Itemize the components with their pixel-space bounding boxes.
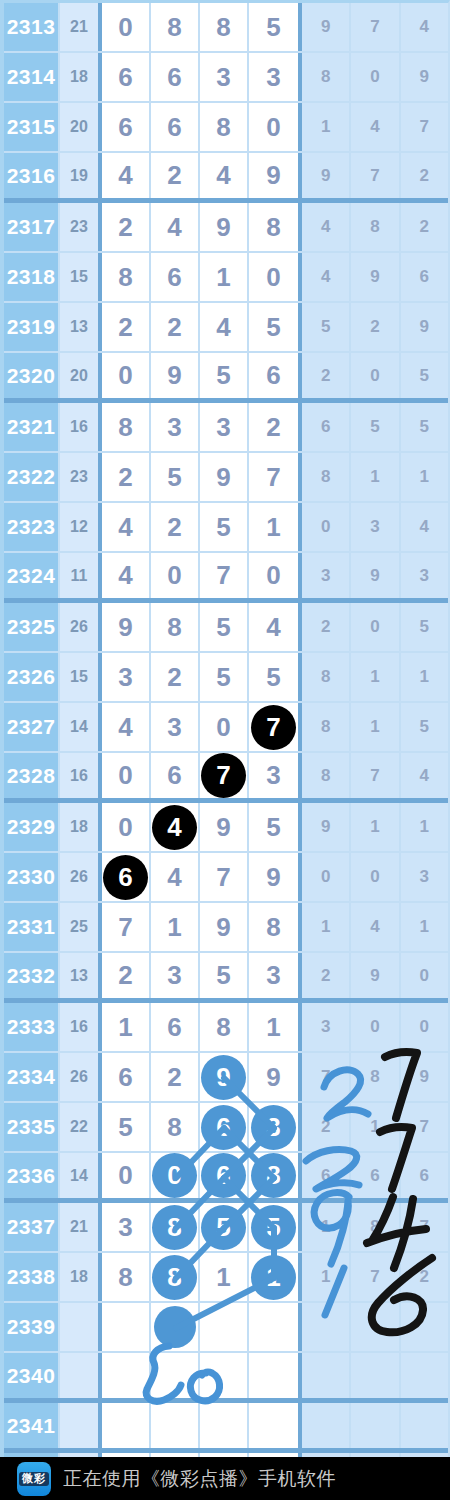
count-cell: 13 [60, 953, 98, 998]
table-row: 2331257198141 [4, 903, 448, 953]
main-cell[interactable]: 3 [249, 1103, 298, 1151]
main-cell[interactable]: 2 [151, 503, 200, 551]
right-cell: 3 [401, 553, 448, 598]
count-cell: 16 [60, 403, 98, 451]
main-cell[interactable]: 1 [151, 903, 200, 951]
right-cell: 5 [302, 303, 351, 351]
right-cell: 8 [302, 703, 351, 751]
main-cell[interactable]: 1 [249, 1253, 298, 1301]
right-cell: 4 [302, 253, 351, 301]
period-cell: 2323 [4, 503, 60, 551]
main-cell[interactable]: 8 [249, 903, 298, 951]
right-cell: 4 [351, 103, 400, 151]
count-cell [60, 1353, 98, 1398]
right-cell: 0 [351, 603, 400, 651]
black-circle-mark: 4 [152, 805, 197, 850]
main-cell[interactable] [102, 1353, 151, 1398]
main-cell[interactable]: 3 [200, 53, 249, 101]
right-cell: 2 [351, 303, 400, 351]
main-cell[interactable]: 5 [200, 603, 249, 651]
right-cell: 2 [302, 353, 351, 398]
table-row: 2335225863217 [4, 1103, 448, 1153]
right-cell: 3 [302, 553, 351, 598]
period-cell: 2320 [4, 353, 60, 398]
main-cell[interactable] [200, 1303, 249, 1351]
count-cell [60, 1303, 98, 1351]
main-cell[interactable]: 0 [102, 803, 151, 851]
main-cell[interactable]: 0 [102, 3, 151, 51]
main-cell[interactable] [249, 1303, 298, 1351]
right-cell [401, 1353, 448, 1398]
right-cell: 6 [401, 253, 448, 301]
count-cell: 26 [60, 1053, 98, 1101]
main-cell[interactable]: 8 [200, 1003, 249, 1051]
right-cell: 0 [401, 953, 448, 998]
main-cell[interactable]: 0 [151, 1153, 200, 1198]
period-cell: 2324 [4, 553, 60, 598]
right-cell: 2 [401, 153, 448, 198]
table-row: 2314186633809 [4, 53, 448, 103]
period-cell: 2317 [4, 203, 60, 251]
table-row: 2319132245529 [4, 303, 448, 353]
right-cell [302, 1303, 351, 1351]
period-cell: 2326 [4, 653, 60, 701]
main-cell[interactable]: 5 [200, 653, 249, 701]
period-cell: 2321 [4, 403, 60, 451]
right-cell: 1 [351, 653, 400, 701]
black-circle-mark: 6 [103, 855, 148, 900]
main-cell[interactable]: 9 [249, 1053, 298, 1101]
main-cell[interactable]: 5 [249, 1203, 298, 1251]
main-cell[interactable]: 3 [102, 1203, 151, 1251]
right-cell: 4 [401, 503, 448, 551]
main-cell[interactable]: 8 [249, 1153, 298, 1198]
main-cell[interactable]: 5 [249, 303, 298, 351]
main-cell[interactable]: 3 [151, 953, 200, 998]
period-cell: 2335 [4, 1103, 60, 1151]
main-cell[interactable]: 7 [200, 753, 249, 798]
count-cell [60, 1403, 98, 1448]
cutoff-cell [151, 1453, 200, 1457]
right-cell: 7 [401, 1103, 448, 1151]
blue-circle-mark: 6 [201, 1153, 246, 1198]
blue-circle-mark: 5 [201, 1205, 246, 1250]
main-cell[interactable]: 9 [249, 853, 298, 901]
right-cell: 1 [351, 803, 400, 851]
table-row: 2334266299789 [4, 1053, 448, 1103]
main-cell[interactable]: 2 [249, 403, 298, 451]
cutoff-cell [200, 1453, 249, 1457]
period-cell: 2316 [4, 153, 60, 198]
right-cell: 1 [302, 1253, 351, 1301]
count-cell: 14 [60, 703, 98, 751]
main-cell[interactable]: 9 [200, 903, 249, 951]
table-row: 2318158610496 [4, 253, 448, 303]
right-cell: 0 [351, 1003, 400, 1051]
right-cell: 5 [401, 353, 448, 398]
right-cell: 0 [302, 853, 351, 901]
right-cell: 7 [302, 1053, 351, 1101]
table-row: 2341 [4, 1403, 448, 1453]
main-cell[interactable]: 8 [151, 3, 200, 51]
main-cell[interactable]: 7 [200, 853, 249, 901]
right-cell: 9 [302, 803, 351, 851]
main-cell[interactable]: 0 [102, 1153, 151, 1198]
right-cell: 1 [302, 1203, 351, 1251]
main-cell[interactable]: 6 [200, 1103, 249, 1151]
count-cell: 20 [60, 353, 98, 398]
cutoff-row [4, 1453, 448, 1457]
right-cell: 9 [401, 1053, 448, 1101]
main-cell[interactable] [249, 1403, 298, 1448]
right-cell: 6 [302, 403, 351, 451]
main-cell[interactable] [151, 1353, 200, 1398]
main-cell[interactable]: 3 [151, 703, 200, 751]
blue-circle-mark: 9 [201, 1055, 246, 1100]
table-row: 2317232498482 [4, 203, 448, 253]
main-cell[interactable]: 5 [151, 453, 200, 501]
right-cell: 2 [401, 203, 448, 251]
count-cell: 18 [60, 803, 98, 851]
main-cell[interactable]: 6 [102, 53, 151, 101]
main-cell[interactable]: 8 [151, 1253, 200, 1301]
blue-circle-mark: 1 [251, 1255, 296, 1300]
table-row: 2321168332655 [4, 403, 448, 453]
table-row: 2339 [4, 1303, 448, 1353]
main-cell[interactable]: 2 [151, 1053, 200, 1101]
right-cell: 7 [351, 3, 400, 51]
main-cell[interactable]: 2 [151, 653, 200, 701]
main-cell[interactable]: 4 [102, 553, 151, 598]
main-cell[interactable]: 2 [151, 303, 200, 351]
table-row: 2316194249972 [4, 153, 448, 203]
blue-circle-mark: 8 [152, 1255, 197, 1300]
main-cell[interactable]: 2 [102, 303, 151, 351]
main-cell[interactable]: 5 [249, 3, 298, 51]
period-cell: 2318 [4, 253, 60, 301]
main-cell[interactable] [102, 1303, 151, 1351]
main-cell[interactable]: 4 [151, 853, 200, 901]
right-cell: 1 [351, 1103, 400, 1151]
right-cell: 9 [302, 3, 351, 51]
period-cell: 2333 [4, 1003, 60, 1051]
right-cell: 7 [351, 1253, 400, 1301]
count-cell: 18 [60, 1253, 98, 1301]
count-cell: 16 [60, 1003, 98, 1051]
main-cell[interactable]: 0 [249, 553, 298, 598]
main-cell[interactable]: 9 [200, 203, 249, 251]
main-cell[interactable]: 9 [200, 453, 249, 501]
main-cell[interactable]: 0 [249, 103, 298, 151]
right-cell [351, 1303, 400, 1351]
right-cell [351, 1353, 400, 1398]
count-cell: 15 [60, 653, 98, 701]
right-cell: 2 [401, 1253, 448, 1301]
main-cell[interactable]: 9 [200, 803, 249, 851]
right-cell: 9 [351, 953, 400, 998]
period-cell: 2322 [4, 453, 60, 501]
right-cell: 0 [302, 503, 351, 551]
main-cell[interactable]: 0 [102, 353, 151, 398]
main-cell[interactable]: 2 [102, 953, 151, 998]
period-cell: 2329 [4, 803, 60, 851]
right-cell: 7 [401, 1203, 448, 1251]
count-cell: 15 [60, 253, 98, 301]
main-cell[interactable]: 4 [102, 153, 151, 198]
main-cell[interactable]: 6 [249, 353, 298, 398]
blue-circle-mark: 8 [251, 1153, 296, 1198]
count-cell: 12 [60, 503, 98, 551]
right-cell: 9 [351, 253, 400, 301]
main-cell[interactable]: 6 [102, 1053, 151, 1101]
main-cell[interactable]: 6 [102, 853, 151, 901]
count-cell: 13 [60, 303, 98, 351]
main-cell[interactable]: 4 [249, 603, 298, 651]
footer-text: 正在使用《微彩点播》手机软件 [63, 1466, 336, 1492]
trend-chart: 2313210885974231418663380923152066801472… [0, 0, 450, 1457]
blue-dot-mark [154, 1306, 196, 1348]
right-cell: 8 [351, 1203, 400, 1251]
right-cell: 5 [401, 603, 448, 651]
right-cell: 3 [401, 853, 448, 901]
main-cell[interactable]: 6 [151, 253, 200, 301]
right-cell: 9 [351, 553, 400, 598]
period-cell: 2319 [4, 303, 60, 351]
black-circle-mark: 7 [201, 753, 246, 798]
main-cell[interactable]: 6 [102, 103, 151, 151]
table-row: 2340 [4, 1353, 448, 1403]
main-cell[interactable]: 3 [151, 403, 200, 451]
main-cell[interactable]: 8 [102, 253, 151, 301]
main-cell[interactable]: 7 [200, 553, 249, 598]
cutoff-cell [102, 1453, 151, 1457]
count-cell: 23 [60, 203, 98, 251]
main-cell[interactable]: 0 [151, 553, 200, 598]
main-cell[interactable]: 5 [200, 353, 249, 398]
right-cell: 4 [351, 903, 400, 951]
table-row: 2328160673874 [4, 753, 448, 803]
main-cell[interactable]: 5 [200, 953, 249, 998]
right-cell: 0 [351, 53, 400, 101]
table-row: 2322232597811 [4, 453, 448, 503]
right-cell: 9 [401, 303, 448, 351]
main-cell[interactable]: 0 [200, 703, 249, 751]
main-cell[interactable]: 4 [102, 703, 151, 751]
main-cell[interactable]: 8 [200, 103, 249, 151]
main-cell[interactable]: 8 [151, 1103, 200, 1151]
right-cell: 8 [302, 453, 351, 501]
cutoff-cell [4, 1453, 60, 1457]
count-cell: 14 [60, 1153, 98, 1198]
right-cell [401, 1403, 448, 1448]
main-cell[interactable]: 8 [151, 603, 200, 651]
right-cell [351, 1403, 400, 1448]
blue-circle-mark: 0 [152, 1153, 197, 1198]
right-cell [302, 1403, 351, 1448]
period-cell: 2327 [4, 703, 60, 751]
main-cell[interactable]: 5 [249, 653, 298, 701]
main-cell[interactable]: 5 [200, 1203, 249, 1251]
right-cell: 3 [351, 503, 400, 551]
main-cell[interactable]: 6 [200, 1153, 249, 1198]
period-cell: 2338 [4, 1253, 60, 1301]
main-cell[interactable]: 6 [151, 753, 200, 798]
cutoff-cell [401, 1453, 448, 1457]
main-cell[interactable]: 6 [151, 103, 200, 151]
right-cell: 8 [302, 53, 351, 101]
cutoff-cell [249, 1453, 298, 1457]
lottery-trend-screen: 2313210885974231418663380923152066801472… [0, 0, 450, 1500]
table-row: 2337213855187 [4, 1203, 448, 1253]
right-cell: 8 [351, 1053, 400, 1101]
count-cell: 22 [60, 1103, 98, 1151]
main-cell[interactable]: 5 [102, 1103, 151, 1151]
main-cell[interactable]: 4 [200, 153, 249, 198]
right-cell: 5 [351, 403, 400, 451]
main-cell[interactable] [102, 1403, 151, 1448]
main-cell[interactable]: 5 [249, 803, 298, 851]
right-cell [302, 1353, 351, 1398]
right-cell: 4 [401, 753, 448, 798]
blue-circle-mark: 8 [152, 1205, 197, 1250]
main-cell[interactable]: 2 [151, 153, 200, 198]
right-cell: 6 [401, 1153, 448, 1198]
period-cell: 2331 [4, 903, 60, 951]
right-cell: 1 [302, 903, 351, 951]
black-circle-mark: 7 [251, 705, 296, 750]
right-cell: 1 [351, 703, 400, 751]
main-cell[interactable] [151, 1403, 200, 1448]
right-cell: 8 [351, 203, 400, 251]
main-cell[interactable]: 5 [200, 503, 249, 551]
right-cell: 1 [351, 453, 400, 501]
main-cell[interactable]: 6 [151, 1003, 200, 1051]
main-cell[interactable]: 6 [151, 53, 200, 101]
main-cell[interactable]: 8 [151, 1203, 200, 1251]
main-cell[interactable]: 9 [102, 603, 151, 651]
right-cell: 9 [302, 153, 351, 198]
right-cell: 4 [302, 203, 351, 251]
main-cell[interactable]: 4 [151, 203, 200, 251]
table-row: 2315206680147 [4, 103, 448, 153]
cutoff-cell [302, 1453, 351, 1457]
main-cell[interactable]: 1 [249, 503, 298, 551]
period-cell: 2332 [4, 953, 60, 998]
period-cell: 2325 [4, 603, 60, 651]
main-cell[interactable]: 8 [200, 3, 249, 51]
right-cell: 5 [401, 703, 448, 751]
main-cell[interactable]: 2 [102, 203, 151, 251]
main-cell[interactable]: 8 [102, 1253, 151, 1301]
count-cell: 11 [60, 553, 98, 598]
main-cell[interactable]: 4 [200, 303, 249, 351]
right-cell: 7 [351, 753, 400, 798]
right-cell: 6 [302, 1153, 351, 1198]
table-row: 2313210885974 [4, 3, 448, 53]
weicai-app-icon[interactable]: 微彩 [17, 1462, 51, 1496]
main-cell[interactable]: 8 [249, 203, 298, 251]
right-cell: 0 [401, 1003, 448, 1051]
right-cell: 8 [302, 753, 351, 798]
right-cell: 1 [401, 453, 448, 501]
table-row: 2333161681300 [4, 1003, 448, 1053]
main-cell[interactable]: 4 [151, 803, 200, 851]
main-cell[interactable]: 1 [200, 253, 249, 301]
right-cell: 0 [351, 353, 400, 398]
main-cell[interactable]: 0 [102, 753, 151, 798]
main-cell[interactable]: 9 [200, 1053, 249, 1101]
main-cell[interactable] [249, 1353, 298, 1398]
right-cell: 2 [302, 953, 351, 998]
count-cell: 26 [60, 853, 98, 901]
main-cell[interactable]: 3 [200, 403, 249, 451]
main-cell[interactable]: 7 [102, 903, 151, 951]
main-cell[interactable] [200, 1353, 249, 1398]
count-cell: 25 [60, 903, 98, 951]
table-row: 2326153255811 [4, 653, 448, 703]
table-row: 2324114070393 [4, 553, 448, 603]
right-cell: 2 [302, 1103, 351, 1151]
main-cell[interactable]: 9 [151, 353, 200, 398]
table-row: 2338188811172 [4, 1253, 448, 1303]
period-cell: 2337 [4, 1203, 60, 1251]
main-cell[interactable]: 7 [249, 703, 298, 751]
main-cell[interactable]: 9 [249, 153, 298, 198]
main-cell[interactable]: 1 [102, 1003, 151, 1051]
table-row: 2329180495911 [4, 803, 448, 853]
count-cell: 19 [60, 153, 98, 198]
count-cell: 21 [60, 3, 98, 51]
period-cell: 2314 [4, 53, 60, 101]
table-row: 2323124251034 [4, 503, 448, 553]
main-cell[interactable]: 2 [102, 453, 151, 501]
main-cell[interactable]: 4 [102, 503, 151, 551]
period-cell: 2339 [4, 1303, 60, 1351]
right-cell: 1 [401, 653, 448, 701]
main-cell[interactable] [200, 1403, 249, 1448]
table-row: 2327144307815 [4, 703, 448, 753]
right-cell: 6 [351, 1153, 400, 1198]
main-cell[interactable] [151, 1303, 200, 1351]
main-cell[interactable]: 3 [249, 53, 298, 101]
count-cell: 20 [60, 103, 98, 151]
main-cell[interactable]: 0 [249, 253, 298, 301]
right-cell: 3 [302, 1003, 351, 1051]
count-cell: 16 [60, 753, 98, 798]
right-cell: 8 [302, 653, 351, 701]
table-row: 2332132353290 [4, 953, 448, 1003]
main-cell[interactable]: 1 [249, 1003, 298, 1051]
main-cell[interactable]: 1 [200, 1253, 249, 1301]
right-cell: 1 [302, 103, 351, 151]
main-cell[interactable]: 3 [102, 653, 151, 701]
right-cell: 7 [401, 103, 448, 151]
table-row: 2325269854205 [4, 603, 448, 653]
main-cell[interactable]: 7 [249, 453, 298, 501]
period-cell: 2334 [4, 1053, 60, 1101]
right-cell [401, 1303, 448, 1351]
table-row: 2320200956205 [4, 353, 448, 403]
main-cell[interactable]: 3 [249, 753, 298, 798]
blue-circle-mark: 6 [201, 1105, 246, 1150]
table-row: 2336140068666 [4, 1153, 448, 1203]
main-cell[interactable]: 3 [249, 953, 298, 998]
footer-bar: 微彩 正在使用《微彩点播》手机软件 [0, 1457, 450, 1500]
table-row: 2330266479003 [4, 853, 448, 903]
count-cell: 26 [60, 603, 98, 651]
blue-circle-mark: 5 [251, 1205, 296, 1250]
main-cell[interactable]: 8 [102, 403, 151, 451]
